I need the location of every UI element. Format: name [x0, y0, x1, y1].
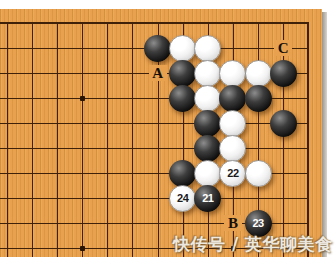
move-number: 24: [177, 192, 188, 204]
watermark-text: 快传号 / 英华聊美食: [173, 233, 333, 256]
board-label-A: A: [149, 65, 167, 81]
stone-white-R17: [245, 60, 272, 87]
stone-white-P17: [194, 60, 221, 87]
stone-white-Q15: [219, 110, 246, 137]
stone-white-P16: [194, 85, 221, 112]
board: 22242123ABC: [0, 9, 322, 257]
board-top-edge-line: [0, 22, 309, 24]
stone-black-R16: [245, 85, 272, 112]
stone-black-O16: [169, 85, 196, 112]
stone-black-S15: [270, 110, 297, 137]
stone-black-O13: [169, 160, 196, 187]
stone-black-N18: [144, 35, 171, 62]
board-label-C: C: [274, 40, 292, 56]
stone-white-O18: [169, 35, 196, 62]
stone-white-P18: [194, 35, 221, 62]
stone-white-Q17: [219, 60, 246, 87]
star-point-K10: [80, 246, 85, 251]
board-label-B: B: [224, 215, 242, 231]
stone-black-O17: [169, 60, 196, 87]
board-edge-shadow: [322, 12, 327, 257]
stone-black-P12: 21: [194, 185, 221, 212]
stone-white-Q13: 22: [219, 160, 246, 187]
star-point-K16: [80, 96, 85, 101]
stone-black-P14: [194, 135, 221, 162]
stone-white-O12: 24: [169, 185, 196, 212]
move-number: 23: [252, 217, 263, 229]
go-diagram-screenshot: 22242123ABC 快传号 / 英华聊美食: [0, 0, 335, 257]
stone-white-P13: [194, 160, 221, 187]
stone-black-P15: [194, 110, 221, 137]
board-right-edge-line: [307, 22, 309, 257]
move-number: 22: [227, 167, 238, 179]
stone-black-S17: [270, 60, 297, 87]
stone-white-R13: [245, 160, 272, 187]
stone-white-Q14: [219, 135, 246, 162]
stone-black-Q16: [219, 85, 246, 112]
move-number: 21: [202, 192, 213, 204]
